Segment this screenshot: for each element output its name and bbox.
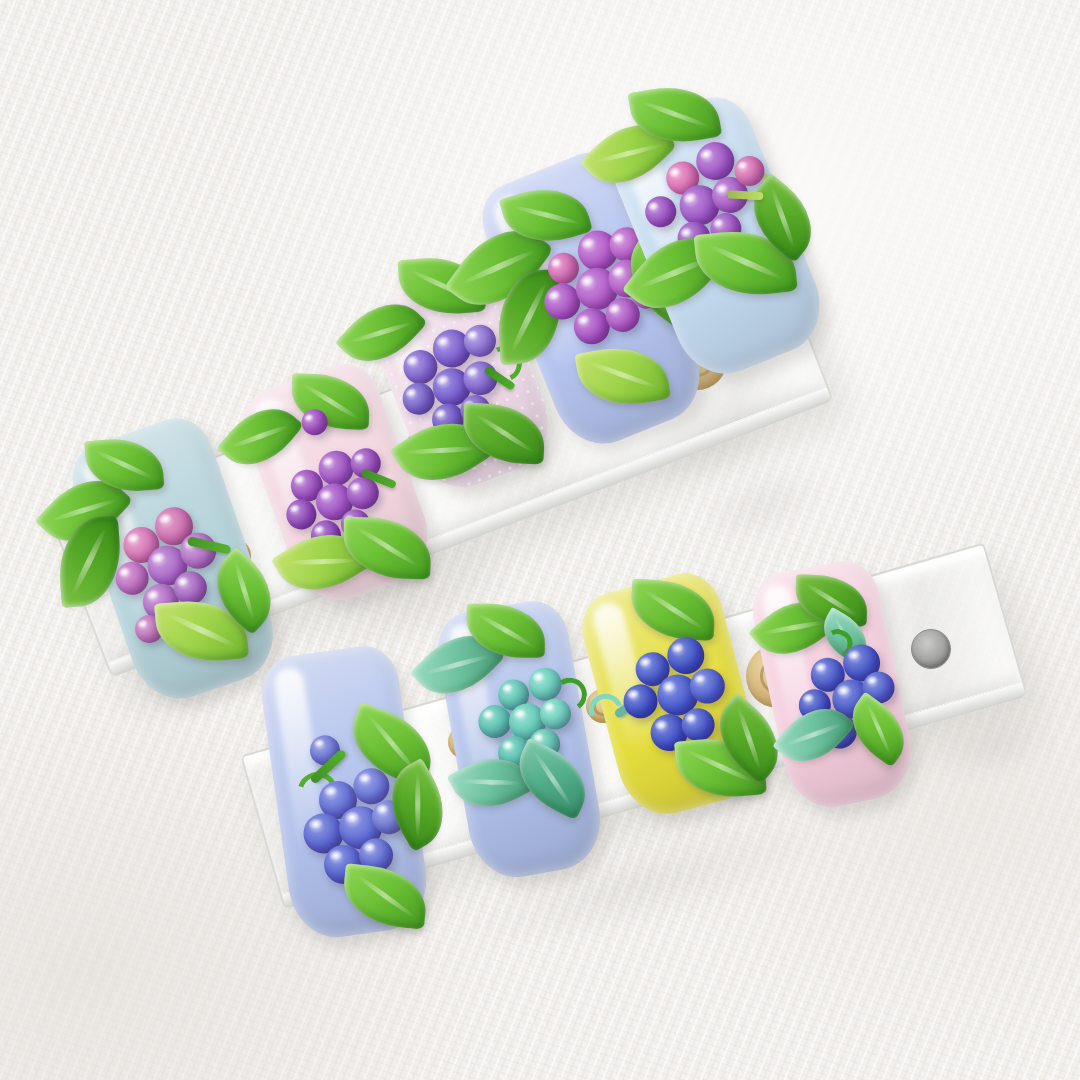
berry <box>641 192 681 232</box>
leaf <box>340 863 430 929</box>
magnet-dot <box>911 629 951 669</box>
leaf <box>574 339 671 413</box>
berry <box>620 681 662 723</box>
leaf <box>630 579 717 641</box>
nail-art-photo <box>0 0 1080 1080</box>
